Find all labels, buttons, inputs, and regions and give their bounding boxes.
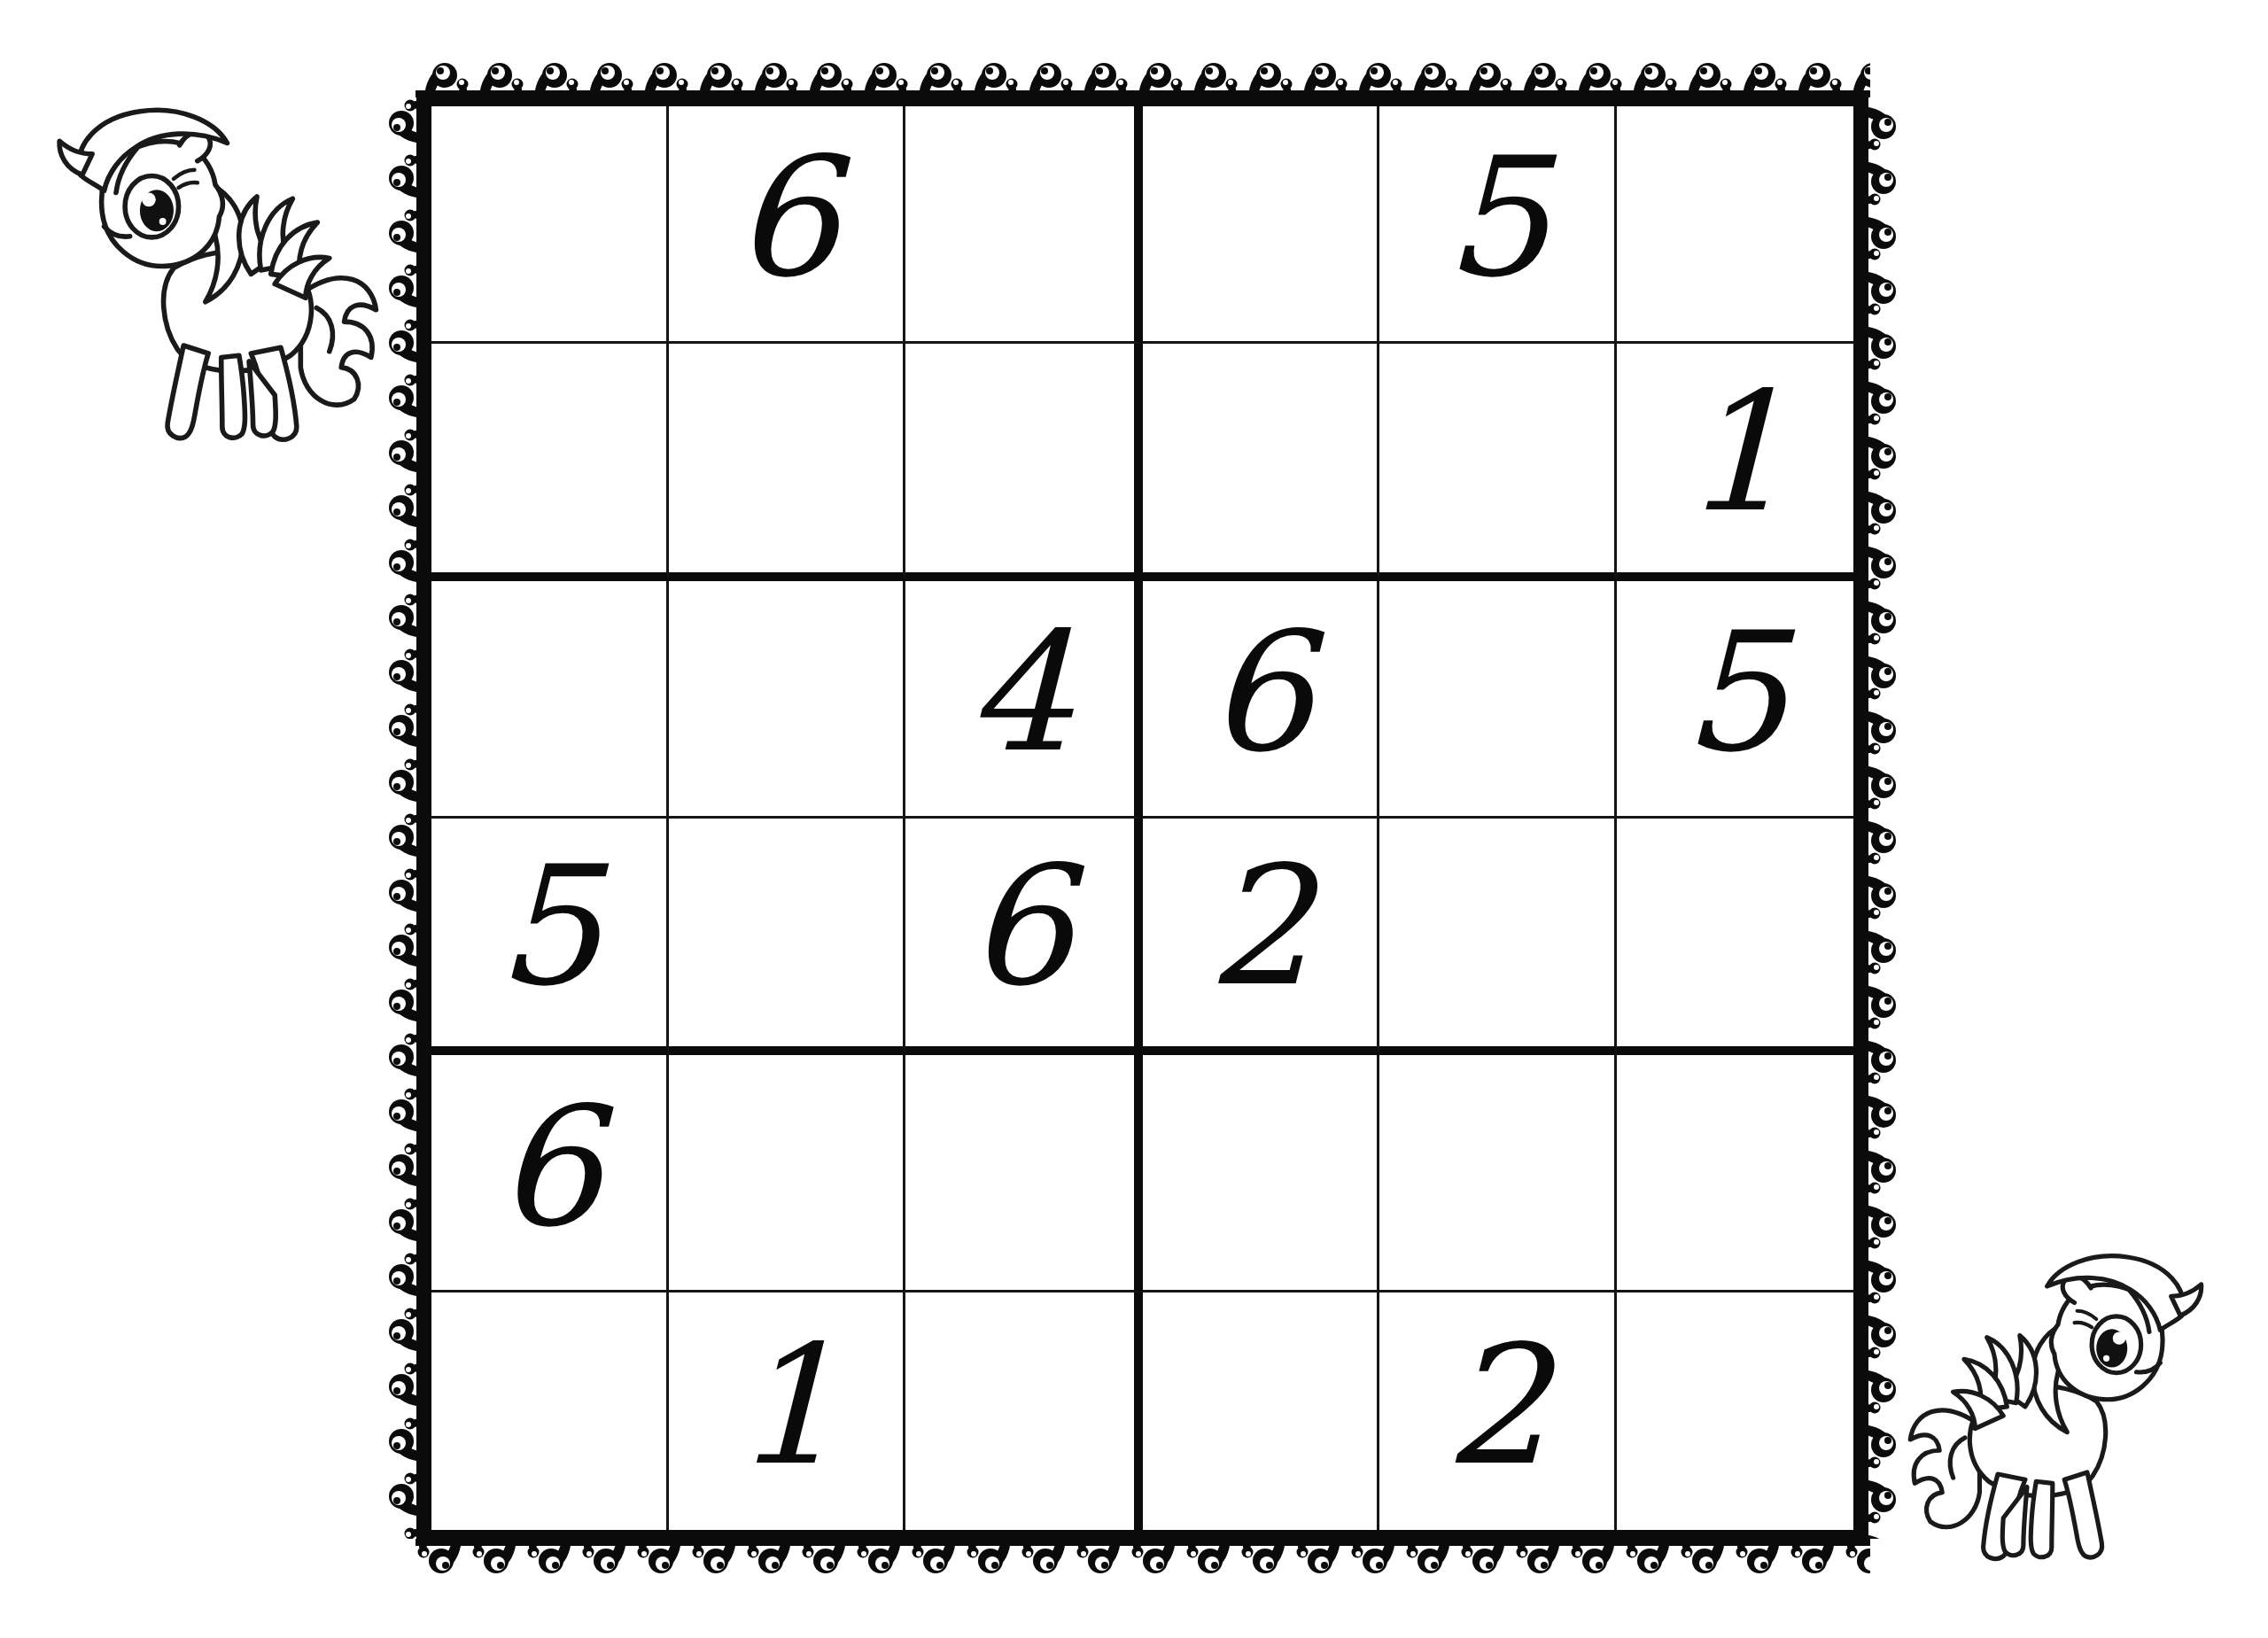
lace-curl-motif: [1861, 372, 1902, 427]
lace-motif-template: [383, 647, 423, 702]
lace-motif-template: [470, 57, 525, 97]
given-digit: 5: [1444, 136, 1549, 300]
lace-motif-template: [1861, 1471, 1902, 1525]
lace-curl-motif: [383, 1525, 423, 1539]
given-digit: 2: [1444, 1324, 1549, 1488]
lace-motif-template: [1844, 57, 1870, 97]
lace-motif-template: [1861, 1525, 1902, 1539]
lace-curl-motif: [1789, 1539, 1844, 1580]
lace-motif-template: [1861, 207, 1902, 262]
cell-r1c2[interactable]: 6: [669, 106, 906, 344]
lace-curl-motif: [745, 1539, 800, 1580]
lace-motif-template: [1459, 1539, 1514, 1580]
lace-curl-motif: [1861, 866, 1902, 921]
cell-r4c1[interactable]: 5: [431, 819, 669, 1056]
cell-r5c4[interactable]: [1143, 1055, 1380, 1293]
cell-r4c2[interactable]: [669, 819, 906, 1056]
lace-curl-motif: [1020, 57, 1075, 97]
lace-frame: 651465562612: [394, 55, 1911, 1596]
lace-curl-motif: [1861, 811, 1902, 866]
lace-curl-motif: [1861, 207, 1902, 262]
lace-curl-motif: [1861, 1251, 1902, 1306]
lace-motif-template: [800, 57, 855, 97]
lace-curl-motif: [1789, 57, 1844, 97]
lace-curl-motif: [1569, 57, 1624, 97]
lace-motif-template: [1130, 57, 1184, 97]
cell-r5c2[interactable]: [669, 1055, 906, 1293]
lace-curl-motif: [1861, 1525, 1902, 1539]
lace-border-top: [416, 57, 1870, 97]
lace-motif-template: [383, 317, 423, 372]
lace-motif-template: [1861, 262, 1902, 317]
lace-curl-motif: [383, 757, 423, 811]
lace-motif-template: [1404, 57, 1459, 97]
lace-motif-template: [690, 1539, 745, 1580]
lace-curl-motif: [1861, 1416, 1902, 1471]
lace-motif-template: [383, 537, 423, 592]
given-digit: 6: [1208, 610, 1312, 775]
lace-curl-motif: [383, 537, 423, 592]
given-digit: 6: [734, 136, 838, 300]
lace-motif-template: [1861, 1416, 1902, 1471]
lace-curl-motif: [525, 1539, 580, 1580]
lace-motif-template: [1861, 811, 1902, 866]
cell-r2c6[interactable]: 1: [1617, 344, 1854, 581]
sudoku-grid: 651465562612: [423, 97, 1862, 1539]
given-digit: 1: [1682, 370, 1787, 535]
lace-motif-template: [1861, 1141, 1902, 1196]
given-digit: 4: [967, 610, 1072, 775]
lace-motif-template: [383, 1086, 423, 1141]
lace-curl-motif: [1020, 1539, 1075, 1580]
lace-motif-template: [855, 1539, 910, 1580]
lace-motif-template: [1861, 1306, 1902, 1361]
lace-curl-motif: [1294, 57, 1349, 97]
lace-curl-motif: [383, 317, 423, 372]
cell-r3c6[interactable]: 5: [1617, 581, 1854, 819]
lace-motif-template: [383, 427, 423, 482]
lace-curl-motif: [635, 1539, 690, 1580]
lace-curl-motif: [1861, 1086, 1902, 1141]
cell-r5c6[interactable]: [1617, 1055, 1854, 1293]
lace-motif-template: [383, 866, 423, 921]
lace-curl-motif: [1861, 1141, 1902, 1196]
lace-curl-motif: [383, 1251, 423, 1306]
lace-motif-template: [525, 57, 580, 97]
lace-motif-template: [383, 1471, 423, 1525]
cell-r2c5[interactable]: [1379, 344, 1617, 581]
lace-curl-motif: [1514, 1539, 1569, 1580]
lace-motif-template: [383, 97, 423, 152]
lace-motif-template: [1861, 592, 1902, 647]
lace-motif-template: [470, 1539, 525, 1580]
cell-r1c1[interactable]: [431, 106, 669, 344]
cell-r6c1[interactable]: [431, 1293, 669, 1530]
cell-r2c1[interactable]: [431, 344, 669, 581]
lace-motif-template: [1184, 57, 1239, 97]
lace-curl-motif: [1349, 1539, 1404, 1580]
lace-curl-motif: [580, 1539, 635, 1580]
lace-motif-template: [1075, 1539, 1130, 1580]
lace-curl-motif: [1349, 57, 1404, 97]
lace-curl-motif: [580, 57, 635, 97]
lace-motif-template: [1514, 1539, 1569, 1580]
lace-motif-template: [383, 1251, 423, 1306]
pony-icon: [1903, 1238, 2213, 1615]
lace-curl-motif: [383, 1416, 423, 1471]
lace-motif-template: [1861, 1196, 1902, 1251]
lace-curl-motif: [1844, 57, 1870, 97]
lace-curl-motif: [383, 702, 423, 757]
given-digit: 5: [1682, 610, 1787, 775]
lace-curl-motif: [470, 1539, 525, 1580]
lace-motif-template: [580, 1539, 635, 1580]
lace-motif-template: [383, 1196, 423, 1251]
cell-r3c4[interactable]: 6: [1143, 581, 1380, 819]
lace-curl-motif: [383, 207, 423, 262]
lace-motif-template: [1861, 1086, 1902, 1141]
lace-motif-template: [1789, 1539, 1844, 1580]
lace-motif-template: [1789, 57, 1844, 97]
lace-motif-template: [1294, 1539, 1349, 1580]
lace-motif-template: [1861, 921, 1902, 976]
lace-curl-motif: [416, 57, 470, 97]
lace-motif-template: [1861, 866, 1902, 921]
lace-curl-motif: [800, 57, 855, 97]
lace-curl-motif: [1404, 57, 1459, 97]
lace-border-bottom: [416, 1539, 1870, 1580]
lace-motif-template: [383, 921, 423, 976]
lace-motif-template: [1130, 1539, 1184, 1580]
lace-motif-template: [1459, 57, 1514, 97]
given-digit: 2: [1208, 844, 1312, 1009]
lace-curl-motif: [1844, 1539, 1870, 1580]
lace-curl-motif: [1861, 482, 1902, 537]
cell-r4c5[interactable]: [1379, 819, 1617, 1056]
lace-motif-template: [383, 1306, 423, 1361]
lace-curl-motif: [690, 1539, 745, 1580]
lace-motif-template: [1861, 702, 1902, 757]
cell-r6c5[interactable]: 2: [1379, 1293, 1617, 1530]
cell-r3c3[interactable]: 4: [905, 581, 1143, 819]
lace-curl-motif: [855, 1539, 910, 1580]
lace-curl-motif: [1734, 1539, 1789, 1580]
lace-curl-motif: [1130, 57, 1184, 97]
lace-motif-template: [383, 757, 423, 811]
lace-motif-template: [1861, 482, 1902, 537]
lace-motif-template: [383, 702, 423, 757]
pony-icon: [46, 97, 384, 494]
lace-curl-motif: [1861, 427, 1902, 482]
lace-motif-template: [855, 57, 910, 97]
cell-r6c2[interactable]: 1: [669, 1293, 906, 1530]
lace-motif-template: [1020, 57, 1075, 97]
lace-curl-motif: [1861, 97, 1902, 152]
lace-motif-template: [383, 482, 423, 537]
lace-curl-motif: [383, 811, 423, 866]
cell-r3c5[interactable]: [1379, 581, 1617, 819]
lace-curl-motif: [383, 1031, 423, 1086]
lace-motif-template: [800, 1539, 855, 1580]
lace-curl-motif: [690, 57, 745, 97]
lace-motif-template: [383, 1141, 423, 1196]
lace-motif-template: [383, 1525, 423, 1539]
lace-motif-template: [1239, 1539, 1294, 1580]
lace-curl-motif: [1404, 1539, 1459, 1580]
lace-curl-motif: [416, 1539, 470, 1580]
lace-motif-template: [1569, 1539, 1624, 1580]
lace-curl-motif: [1459, 1539, 1514, 1580]
cell-r3c2[interactable]: [669, 581, 906, 819]
cell-r5c1[interactable]: 6: [431, 1055, 669, 1293]
cell-r6c4[interactable]: [1143, 1293, 1380, 1530]
lace-motif-template: [1734, 57, 1789, 97]
lace-motif-template: [383, 1361, 423, 1416]
lace-curl-motif: [383, 921, 423, 976]
lace-curl-motif: [855, 57, 910, 97]
lace-curl-motif: [383, 1086, 423, 1141]
lace-curl-motif: [383, 647, 423, 702]
lace-motif-template: [1861, 372, 1902, 427]
lace-curl-motif: [383, 1471, 423, 1525]
cell-r2c3[interactable]: [905, 344, 1143, 581]
lace-curl-motif: [383, 97, 423, 152]
cell-r1c3[interactable]: [905, 106, 1143, 344]
cell-r5c3[interactable]: [905, 1055, 1143, 1293]
lace-curl-motif: [470, 57, 525, 97]
lace-curl-motif: [910, 1539, 965, 1580]
cell-r3c1[interactable]: [431, 581, 669, 819]
lace-motif-template: [383, 811, 423, 866]
cell-r2c4[interactable]: [1143, 344, 1380, 581]
lace-curl-motif: [965, 1539, 1020, 1580]
cell-r6c3[interactable]: [905, 1293, 1143, 1530]
lace-motif-template: [1239, 57, 1294, 97]
lace-curl-motif: [1861, 1361, 1902, 1416]
lace-curl-motif: [1679, 1539, 1734, 1580]
lace-curl-motif: [1861, 592, 1902, 647]
lace-motif-template: [1349, 57, 1404, 97]
lace-curl-motif: [383, 1141, 423, 1196]
lace-curl-motif: [635, 57, 690, 97]
lace-motif-template: [383, 262, 423, 317]
lace-curl-motif: [745, 57, 800, 97]
cell-r1c4[interactable]: [1143, 106, 1380, 344]
lace-curl-motif: [383, 482, 423, 537]
pony-outline-bottom-right: [1903, 1238, 2213, 1615]
lace-motif-template: [1844, 1539, 1870, 1580]
lace-motif-template: [910, 57, 965, 97]
lace-curl-motif: [1861, 702, 1902, 757]
lace-curl-motif: [1184, 1539, 1239, 1580]
lace-motif-template: [910, 1539, 965, 1580]
lace-curl-motif: [1861, 262, 1902, 317]
cell-r5c5[interactable]: [1379, 1055, 1617, 1293]
lace-motif-template: [1734, 1539, 1789, 1580]
lace-motif-template: [1861, 1361, 1902, 1416]
lace-curl-motif: [1861, 1306, 1902, 1361]
cell-r1c5[interactable]: 5: [1379, 106, 1617, 344]
lace-curl-motif: [1239, 57, 1294, 97]
lace-motif-template: [1861, 757, 1902, 811]
lace-curl-motif: [965, 57, 1020, 97]
lace-motif-template: [1569, 57, 1624, 97]
lace-motif-template: [1404, 1539, 1459, 1580]
lace-border-left: [383, 97, 423, 1539]
lace-motif-template: [383, 372, 423, 427]
lace-curl-motif: [383, 372, 423, 427]
given-digit: 6: [967, 844, 1072, 1009]
lace-motif-template: [416, 57, 470, 97]
lace-motif-template: [383, 207, 423, 262]
lace-motif-template: [383, 152, 423, 207]
lace-curl-motif: [1569, 1539, 1624, 1580]
lace-motif-template: [1861, 1031, 1902, 1086]
lace-curl-motif: [1861, 1196, 1902, 1251]
lace-curl-motif: [1861, 152, 1902, 207]
lace-curl-motif: [800, 1539, 855, 1580]
lace-curl-motif: [1624, 1539, 1679, 1580]
lace-curl-motif: [1861, 976, 1902, 1031]
lace-motif-template: [416, 1539, 470, 1580]
lace-motif-template: [383, 592, 423, 647]
lace-motif-template: [745, 1539, 800, 1580]
lace-motif-template: [965, 57, 1020, 97]
lace-curl-motif: [383, 1196, 423, 1251]
lace-curl-motif: [1861, 1471, 1902, 1525]
lace-curl-motif: [383, 1306, 423, 1361]
lace-curl-motif: [1861, 537, 1902, 592]
cell-r4c3[interactable]: 6: [905, 819, 1143, 1056]
cell-r1c6[interactable]: [1617, 106, 1854, 344]
lace-motif-template: [383, 976, 423, 1031]
lace-curl-motif: [1514, 57, 1569, 97]
lace-curl-motif: [910, 57, 965, 97]
lace-curl-motif: [1624, 57, 1679, 97]
lace-motif-template: [1861, 976, 1902, 1031]
cell-r2c2[interactable]: [669, 344, 906, 581]
lace-border-right: [1861, 97, 1902, 1539]
worksheet-page: 651465562612: [0, 0, 2268, 1638]
cell-r4c6[interactable]: [1617, 819, 1854, 1056]
given-digit: 6: [496, 1085, 601, 1250]
lace-motif-template: [1861, 152, 1902, 207]
lace-curl-motif: [525, 57, 580, 97]
lace-curl-motif: [1239, 1539, 1294, 1580]
lace-curl-motif: [1861, 757, 1902, 811]
lace-curl-motif: [1861, 1031, 1902, 1086]
lace-motif-template: [635, 1539, 690, 1580]
lace-motif-template: [1514, 57, 1569, 97]
lace-curl-motif: [383, 976, 423, 1031]
lace-motif-template: [1294, 57, 1349, 97]
lace-motif-template: [525, 1539, 580, 1580]
given-digit: 1: [734, 1324, 838, 1488]
lace-motif-template: [1861, 317, 1902, 372]
lace-motif-template: [1679, 1539, 1734, 1580]
given-digit: 5: [496, 844, 601, 1009]
lace-motif-template: [1624, 57, 1679, 97]
cell-r4c4[interactable]: 2: [1143, 819, 1380, 1056]
lace-motif-template: [1861, 427, 1902, 482]
lace-motif-template: [1861, 647, 1902, 702]
lace-motif-template: [1861, 537, 1902, 592]
lace-curl-motif: [383, 427, 423, 482]
lace-curl-motif: [1184, 57, 1239, 97]
lace-motif-template: [690, 57, 745, 97]
lace-motif-template: [635, 57, 690, 97]
lace-curl-motif: [1075, 1539, 1130, 1580]
lace-curl-motif: [383, 152, 423, 207]
lace-curl-motif: [1075, 57, 1130, 97]
lace-curl-motif: [1861, 647, 1902, 702]
lace-curl-motif: [1679, 57, 1734, 97]
lace-motif-template: [1861, 1251, 1902, 1306]
lace-motif-template: [1679, 57, 1734, 97]
lace-motif-template: [965, 1539, 1020, 1580]
lace-curl-motif: [1294, 1539, 1349, 1580]
cell-r6c6[interactable]: [1617, 1293, 1854, 1530]
lace-curl-motif: [1861, 921, 1902, 976]
lace-curl-motif: [1459, 57, 1514, 97]
lace-motif-template: [1861, 97, 1902, 152]
lace-curl-motif: [1861, 317, 1902, 372]
lace-motif-template: [580, 57, 635, 97]
lace-curl-motif: [1130, 1539, 1184, 1580]
lace-motif-template: [1020, 1539, 1075, 1580]
lace-curl-motif: [383, 1361, 423, 1416]
lace-motif-template: [383, 1416, 423, 1471]
lace-curl-motif: [383, 592, 423, 647]
lace-curl-motif: [383, 866, 423, 921]
lace-motif-template: [1624, 1539, 1679, 1580]
pony-outline-top-left: [46, 97, 384, 494]
lace-motif-template: [1075, 57, 1130, 97]
lace-curl-motif: [383, 262, 423, 317]
lace-motif-template: [1184, 1539, 1239, 1580]
lace-motif-template: [1349, 1539, 1404, 1580]
lace-motif-template: [383, 1031, 423, 1086]
lace-motif-template: [745, 57, 800, 97]
lace-curl-motif: [1734, 57, 1789, 97]
